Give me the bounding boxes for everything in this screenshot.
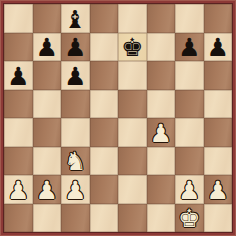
square-e1[interactable]	[118, 204, 147, 233]
square-f2[interactable]	[147, 175, 176, 204]
square-e3[interactable]	[118, 147, 147, 176]
square-c8[interactable]: ♝	[61, 4, 90, 33]
square-e8[interactable]	[118, 4, 147, 33]
square-f3[interactable]	[147, 147, 176, 176]
chess-board-frame: ♝♟♟♚♟♟♟♟♟♞♟♟♟♟♟♚	[0, 0, 236, 236]
square-f5[interactable]	[147, 90, 176, 119]
square-a6[interactable]: ♟	[4, 61, 33, 90]
piece-black-pawn-c7[interactable]: ♟	[64, 35, 86, 60]
square-a7[interactable]	[4, 33, 33, 62]
square-d4[interactable]	[90, 118, 119, 147]
square-g2[interactable]: ♟	[175, 175, 204, 204]
square-d6[interactable]	[90, 61, 119, 90]
square-f1[interactable]	[147, 204, 176, 233]
square-c6[interactable]: ♟	[61, 61, 90, 90]
piece-white-pawn-a2[interactable]: ♟	[7, 177, 29, 202]
square-h8[interactable]	[204, 4, 233, 33]
square-g8[interactable]	[175, 4, 204, 33]
square-f8[interactable]	[147, 4, 176, 33]
square-h2[interactable]: ♟	[204, 175, 233, 204]
piece-white-pawn-f4[interactable]: ♟	[150, 120, 172, 145]
square-b6[interactable]	[33, 61, 62, 90]
square-d2[interactable]	[90, 175, 119, 204]
square-b2[interactable]: ♟	[33, 175, 62, 204]
square-a1[interactable]	[4, 204, 33, 233]
square-c4[interactable]	[61, 118, 90, 147]
square-b8[interactable]	[33, 4, 62, 33]
square-b7[interactable]: ♟	[33, 33, 62, 62]
square-g3[interactable]	[175, 147, 204, 176]
square-a5[interactable]	[4, 90, 33, 119]
square-c2[interactable]: ♟	[61, 175, 90, 204]
square-b5[interactable]	[33, 90, 62, 119]
square-b3[interactable]	[33, 147, 62, 176]
square-g4[interactable]	[175, 118, 204, 147]
square-b1[interactable]	[33, 204, 62, 233]
piece-black-pawn-h7[interactable]: ♟	[207, 35, 229, 60]
piece-white-pawn-b2[interactable]: ♟	[36, 177, 58, 202]
piece-black-king-e7[interactable]: ♚	[121, 35, 143, 60]
piece-white-pawn-c2[interactable]: ♟	[64, 177, 86, 202]
square-a2[interactable]: ♟	[4, 175, 33, 204]
square-d3[interactable]	[90, 147, 119, 176]
square-b4[interactable]	[33, 118, 62, 147]
square-d5[interactable]	[90, 90, 119, 119]
square-h3[interactable]	[204, 147, 233, 176]
square-a4[interactable]	[4, 118, 33, 147]
piece-white-pawn-h2[interactable]: ♟	[207, 177, 229, 202]
square-e2[interactable]	[118, 175, 147, 204]
square-h1[interactable]	[204, 204, 233, 233]
square-e6[interactable]	[118, 61, 147, 90]
square-a8[interactable]	[4, 4, 33, 33]
square-e7[interactable]: ♚	[118, 33, 147, 62]
piece-black-pawn-c6[interactable]: ♟	[64, 63, 86, 88]
piece-white-knight-c3[interactable]: ♞	[64, 149, 86, 174]
square-f6[interactable]	[147, 61, 176, 90]
square-h6[interactable]	[204, 61, 233, 90]
piece-black-pawn-g7[interactable]: ♟	[178, 35, 200, 60]
square-h7[interactable]: ♟	[204, 33, 233, 62]
piece-black-pawn-b7[interactable]: ♟	[36, 35, 58, 60]
square-g7[interactable]: ♟	[175, 33, 204, 62]
piece-white-king-g1[interactable]: ♚	[178, 206, 200, 231]
square-d7[interactable]	[90, 33, 119, 62]
square-e4[interactable]	[118, 118, 147, 147]
square-c1[interactable]	[61, 204, 90, 233]
square-a3[interactable]	[4, 147, 33, 176]
square-g6[interactable]	[175, 61, 204, 90]
square-h4[interactable]	[204, 118, 233, 147]
square-f7[interactable]	[147, 33, 176, 62]
square-g5[interactable]	[175, 90, 204, 119]
square-c7[interactable]: ♟	[61, 33, 90, 62]
piece-white-pawn-g2[interactable]: ♟	[178, 177, 200, 202]
square-c5[interactable]	[61, 90, 90, 119]
square-f4[interactable]: ♟	[147, 118, 176, 147]
square-d8[interactable]	[90, 4, 119, 33]
chess-board: ♝♟♟♚♟♟♟♟♟♞♟♟♟♟♟♚	[4, 4, 232, 232]
square-e5[interactable]	[118, 90, 147, 119]
piece-black-pawn-a6[interactable]: ♟	[7, 63, 29, 88]
square-g1[interactable]: ♚	[175, 204, 204, 233]
square-c3[interactable]: ♞	[61, 147, 90, 176]
piece-black-bishop-c8[interactable]: ♝	[64, 6, 86, 31]
square-d1[interactable]	[90, 204, 119, 233]
square-h5[interactable]	[204, 90, 233, 119]
